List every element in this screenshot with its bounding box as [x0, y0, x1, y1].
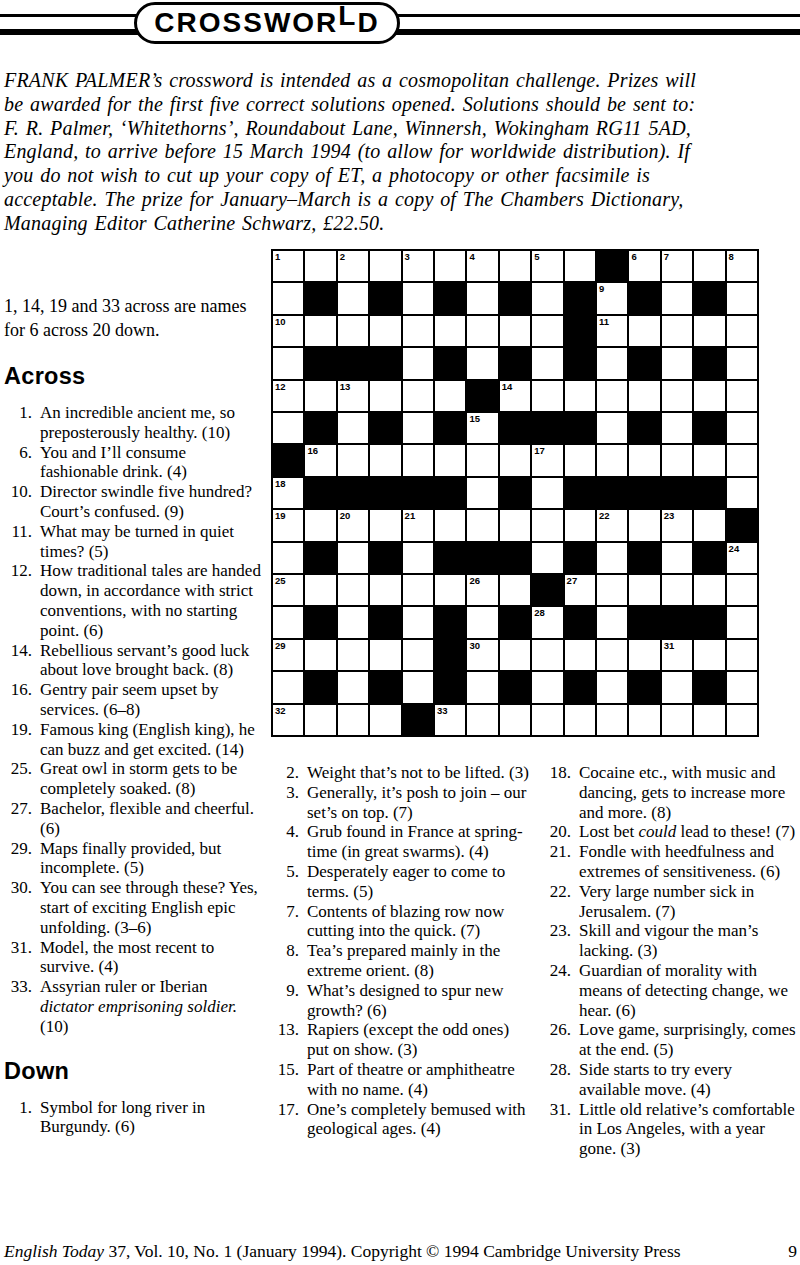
- cell-r9c11: 22: [597, 510, 627, 540]
- cell-r6c3: [338, 413, 368, 443]
- cell-r15c10: [565, 705, 595, 735]
- footer-imprint: English Today 37, Vol. 10, No. 1 (Januar…: [4, 1241, 764, 1262]
- cell-r4c1: [273, 348, 303, 378]
- block-cell-r14c8: [500, 672, 530, 702]
- clue-down-26: 26.Love game, surprisingly, comes at the…: [541, 1020, 799, 1060]
- block-cell-r8c14: [694, 478, 724, 508]
- cell-r9c9: [532, 510, 562, 540]
- clue-text: Part of theatre or amphitheatre with no …: [307, 1060, 529, 1100]
- cell-r4c13: [662, 348, 692, 378]
- down-clues-col1: 1.Symbol for long river in Burgundy. (6): [4, 1098, 270, 1138]
- block-cell-r6c12: [629, 413, 659, 443]
- cell-r13c7: 30: [467, 640, 497, 670]
- cell-r6c1: [273, 413, 303, 443]
- cell-r9c14: [694, 510, 724, 540]
- clue-num: 7.: [277, 902, 299, 942]
- clue-num: 15.: [277, 1060, 299, 1100]
- cell-r2c7: [467, 283, 497, 313]
- block-cell-r10c8: [500, 543, 530, 573]
- left-column: 1, 14, 19 and 33 across are names for 6 …: [4, 294, 270, 1137]
- clue-num: 12.: [4, 561, 32, 640]
- clue-number-11: 11: [599, 316, 609, 327]
- cell-r10c1: [273, 543, 303, 573]
- cell-r8c1: 18: [273, 478, 303, 508]
- block-cell-r10c14: [694, 543, 724, 573]
- cell-r8c7: [467, 478, 497, 508]
- block-cell-r8c10: [565, 478, 595, 508]
- block-cell-r10c4: [370, 543, 400, 573]
- clue-across-1: 1.An incredible ancient me, so preposter…: [4, 403, 270, 443]
- cell-r15c6: 33: [435, 705, 465, 735]
- cell-r11c1: 25: [273, 575, 303, 605]
- clue-text: One’s completely bemused with geological…: [307, 1100, 529, 1140]
- cell-r1c10: [565, 251, 595, 281]
- clue-num: 18.: [541, 763, 571, 822]
- down-heading: Down: [4, 1058, 270, 1085]
- cell-r11c2: [305, 575, 335, 605]
- clue-across-27: 27.Bachelor, flexible and cheerful. (6): [4, 799, 270, 839]
- cell-r13c2: [305, 640, 335, 670]
- cell-r7c4: [370, 445, 400, 475]
- clue-text: Grub found in France at spring-time (in …: [307, 822, 529, 862]
- cell-r10c11: [597, 543, 627, 573]
- block-cell-r6c14: [694, 413, 724, 443]
- clue-number-30: 30: [469, 640, 480, 651]
- cell-r15c3: [338, 705, 368, 735]
- cell-r4c15: [727, 348, 757, 378]
- clue-text: An incredible ancient me, so preposterou…: [40, 403, 265, 443]
- clue-number-26: 26: [469, 575, 480, 586]
- cell-r7c9: 17: [532, 445, 562, 475]
- cell-r12c3: [338, 607, 368, 637]
- block-cell-r8c5: [403, 478, 433, 508]
- clue-num: 23.: [541, 921, 571, 961]
- clue-num: 26.: [541, 1020, 571, 1060]
- clue-number-31: 31: [664, 640, 675, 651]
- block-cell-r15c5: [403, 705, 433, 735]
- block-cell-r10c10: [565, 543, 595, 573]
- cell-r2c11: 9: [597, 283, 627, 313]
- block-cell-r9c15: [727, 510, 757, 540]
- clue-text: Model, the most recent to survive. (4): [40, 938, 265, 978]
- clue-num: 17.: [277, 1100, 299, 1140]
- clue-across-14: 14.Rebellious servant’s good luck about …: [4, 641, 270, 681]
- cell-r11c13: [662, 575, 692, 605]
- cell-r3c11: 11: [597, 316, 627, 346]
- cell-r14c5: [403, 672, 433, 702]
- cell-r14c15: [727, 672, 757, 702]
- cell-r1c12: 6: [629, 251, 659, 281]
- cell-r14c7: [467, 672, 497, 702]
- block-cell-r10c6: [435, 543, 465, 573]
- clue-number-6: 6: [631, 251, 636, 262]
- block-cell-r4c10: [565, 348, 595, 378]
- cell-r5c14: [694, 381, 724, 411]
- clue-across-10: 10.Director swindle five hundred? Court’…: [4, 482, 270, 522]
- block-cell-r2c12: [629, 283, 659, 313]
- cell-r7c11: [597, 445, 627, 475]
- clue-italic-phrase: could: [639, 822, 677, 841]
- clue-num: 21.: [541, 842, 571, 882]
- clue-number-14: 14: [502, 381, 513, 392]
- cell-r15c9: [532, 705, 562, 735]
- block-cell-r8c3: [338, 478, 368, 508]
- clue-number-13: 13: [340, 381, 351, 392]
- block-cell-r8c8: [500, 478, 530, 508]
- clue-text: Very large number sick in Jerusalem. (7): [579, 882, 796, 922]
- cell-r11c5: [403, 575, 433, 605]
- clue-num: 20.: [541, 822, 571, 842]
- cell-r15c8: [500, 705, 530, 735]
- block-cell-r10c7: [467, 543, 497, 573]
- cell-r12c7: [467, 607, 497, 637]
- cell-r8c9: [532, 478, 562, 508]
- block-cell-r10c2: [305, 543, 335, 573]
- clue-across-31: 31.Model, the most recent to survive. (4…: [4, 938, 270, 978]
- cell-r1c7: 4: [467, 251, 497, 281]
- clue-number-18: 18: [275, 478, 286, 489]
- cell-r15c15: [727, 705, 757, 735]
- cell-r5c13: [662, 381, 692, 411]
- block-cell-r8c6: [435, 478, 465, 508]
- cell-r14c9: [532, 672, 562, 702]
- clue-number-33: 33: [437, 705, 448, 716]
- cell-r11c12: [629, 575, 659, 605]
- clue-number-27: 27: [567, 575, 578, 586]
- block-cell-r4c3: [338, 348, 368, 378]
- block-cell-r12c14: [694, 607, 724, 637]
- clue-text: What’s designed to spur new growth? (6): [307, 981, 529, 1021]
- clue-num: 5.: [277, 862, 299, 902]
- cell-r7c5: [403, 445, 433, 475]
- cell-r11c6: [435, 575, 465, 605]
- cell-r2c15: [727, 283, 757, 313]
- clue-number-19: 19: [275, 510, 286, 521]
- clue-down-4: 4.Grub found in France at spring-time (i…: [277, 822, 535, 862]
- cell-r15c11: [597, 705, 627, 735]
- block-cell-r12c8: [500, 607, 530, 637]
- clue-number-23: 23: [664, 510, 675, 521]
- block-cell-r6c10: [565, 413, 595, 443]
- clue-number-3: 3: [405, 251, 410, 262]
- block-cell-r14c10: [565, 672, 595, 702]
- cell-r7c7: [467, 445, 497, 475]
- block-cell-r4c4: [370, 348, 400, 378]
- cell-r9c13: 23: [662, 510, 692, 540]
- clue-num: 2.: [277, 763, 299, 783]
- clue-num: 24.: [541, 961, 571, 1020]
- cell-r15c12: [629, 705, 659, 735]
- clue-down-3: 3.Generally, it’s posh to join – our set…: [277, 783, 535, 823]
- cell-r6c13: [662, 413, 692, 443]
- cell-r9c7: [467, 510, 497, 540]
- cell-r11c8: [500, 575, 530, 605]
- cell-r3c8: [500, 316, 530, 346]
- page-number: 9: [788, 1241, 797, 1262]
- cell-r7c15: [727, 445, 757, 475]
- cell-r14c1: [273, 672, 303, 702]
- cell-r4c9: [532, 348, 562, 378]
- cell-r1c2: [305, 251, 335, 281]
- clue-text: Great owl in storm gets to be completely…: [40, 759, 265, 799]
- cell-r5c10: [565, 381, 595, 411]
- clue-num: 29.: [4, 839, 32, 879]
- cell-r3c12: [629, 316, 659, 346]
- clue-number-5: 5: [534, 251, 539, 262]
- cell-r11c10: 27: [565, 575, 595, 605]
- clue-text: Assyrian ruler or Iberian dictator empri…: [40, 977, 265, 1036]
- cell-r4c11: [597, 348, 627, 378]
- block-cell-r12c13: [662, 607, 692, 637]
- clue-text: Love game, surprisingly, comes at the en…: [579, 1020, 796, 1060]
- cell-r1c8: [500, 251, 530, 281]
- block-cell-r2c8: [500, 283, 530, 313]
- intro-line-1: FRANK PALMER’s crossword is intended as …: [4, 69, 798, 93]
- cell-r3c5: [403, 316, 433, 346]
- cell-r14c3: [338, 672, 368, 702]
- block-cell-r8c12: [629, 478, 659, 508]
- clue-down-18: 18.Cocaine etc., with music and dancing,…: [541, 763, 799, 822]
- block-cell-r12c6: [435, 607, 465, 637]
- cell-r10c5: [403, 543, 433, 573]
- cell-r5c11: [597, 381, 627, 411]
- cell-r3c3: [338, 316, 368, 346]
- cell-r1c13: 7: [662, 251, 692, 281]
- cell-r9c8: [500, 510, 530, 540]
- clue-num: 4.: [277, 822, 299, 862]
- clue-number-1: 1: [275, 251, 280, 262]
- cell-r3c1: 10: [273, 316, 303, 346]
- clue-across-19: 19.Famous king (English king), he can bu…: [4, 720, 270, 760]
- clue-text: What may be turned in quiet times? (5): [40, 522, 265, 562]
- cell-r15c1: 32: [273, 705, 303, 735]
- block-cell-r3c10: [565, 316, 595, 346]
- block-cell-r12c2: [305, 607, 335, 637]
- cell-r9c1: 19: [273, 510, 303, 540]
- clue-num: 14.: [4, 641, 32, 681]
- block-cell-r14c2: [305, 672, 335, 702]
- clue-across-12: 12.How traditional tales are handed down…: [4, 561, 270, 640]
- clue-number-7: 7: [664, 251, 669, 262]
- cell-r7c8: [500, 445, 530, 475]
- clue-num: 22.: [541, 882, 571, 922]
- block-cell-r12c12: [629, 607, 659, 637]
- block-cell-r6c4: [370, 413, 400, 443]
- block-cell-r4c2: [305, 348, 335, 378]
- block-cell-r13c6: [435, 640, 465, 670]
- clue-down-31: 31.Little old relative’s comfortable in …: [541, 1100, 799, 1159]
- clue-down-8: 8.Tea’s prepared mainly in the extreme o…: [277, 941, 535, 981]
- intro-paragraph: FRANK PALMER’s crossword is intended as …: [4, 69, 798, 236]
- cell-r5c3: 13: [338, 381, 368, 411]
- cell-r11c4: [370, 575, 400, 605]
- block-cell-r8c11: [597, 478, 627, 508]
- cell-r9c4: [370, 510, 400, 540]
- clue-down-2: 2.Weight that’s not to be lifted. (3): [277, 763, 535, 783]
- cell-r3c15: [727, 316, 757, 346]
- cell-r7c13: [662, 445, 692, 475]
- clue-down-17: 17.One’s completely bemused with geologi…: [277, 1100, 535, 1140]
- cell-r5c9: [532, 381, 562, 411]
- clue-down-24: 24.Guardian of morality with means of de…: [541, 961, 799, 1020]
- clue-num: 28.: [541, 1060, 571, 1100]
- cell-r10c15: 24: [727, 543, 757, 573]
- cell-r3c13: [662, 316, 692, 346]
- intro-line-4: England, to arrive before 15 March 1994 …: [4, 140, 798, 164]
- clue-text: Generally, it’s posh to join – our set’s…: [307, 783, 529, 823]
- cell-r5c12: [629, 381, 659, 411]
- cell-r9c2: [305, 510, 335, 540]
- cell-r10c3: [338, 543, 368, 573]
- across-clues: 1.An incredible ancient me, so preposter…: [4, 403, 270, 1037]
- clue-number-2: 2: [340, 251, 345, 262]
- clue-num: 13.: [277, 1020, 299, 1060]
- clue-num: 31.: [4, 938, 32, 978]
- clue-number-21: 21: [405, 510, 416, 521]
- block-cell-r12c4: [370, 607, 400, 637]
- clue-across-30: 30.You can see through these? Yes, start…: [4, 878, 270, 937]
- clue-down-28: 28.Side starts to try every available mo…: [541, 1060, 799, 1100]
- clue-down-15: 15.Part of theatre or amphitheatre with …: [277, 1060, 535, 1100]
- clue-number-15: 15: [469, 413, 480, 424]
- cell-r2c3: [338, 283, 368, 313]
- clue-across-25: 25.Great owl in storm gets to be complet…: [4, 759, 270, 799]
- block-cell-r8c13: [662, 478, 692, 508]
- header-rule-top: [0, 14, 800, 17]
- block-cell-r6c9: [532, 413, 562, 443]
- cell-r11c7: 26: [467, 575, 497, 605]
- cell-r13c1: 29: [273, 640, 303, 670]
- clue-number-22: 22: [599, 510, 610, 521]
- block-cell-r14c6: [435, 672, 465, 702]
- cell-r5c6: [435, 381, 465, 411]
- clue-number-29: 29: [275, 640, 286, 651]
- down-clues-col3: 18.Cocaine etc., with music and dancing,…: [541, 763, 799, 1159]
- cell-r5c2: [305, 381, 335, 411]
- clue-text: Cocaine etc., with music and dancing, ge…: [579, 763, 796, 822]
- clue-down-1: 1.Symbol for long river in Burgundy. (6): [4, 1098, 270, 1138]
- clue-text: Gentry pair seem upset by services. (6–8…: [40, 680, 265, 720]
- block-cell-r4c14: [694, 348, 724, 378]
- cell-r3c2: [305, 316, 335, 346]
- clue-across-33: 33.Assyrian ruler or Iberian dictator em…: [4, 977, 270, 1036]
- intro-line-5: you do not wish to cut up your copy of E…: [4, 164, 798, 188]
- block-cell-r4c8: [500, 348, 530, 378]
- clue-num: 9.: [277, 981, 299, 1021]
- clue-text: Lost bet could lead to these! (7): [579, 822, 796, 842]
- block-cell-r8c4: [370, 478, 400, 508]
- cell-r5c4: [370, 381, 400, 411]
- clue-across-29: 29.Maps finally provided, but incomplete…: [4, 839, 270, 879]
- crossworld-logo: CROSSWORLD: [134, 2, 400, 44]
- cell-r10c9: [532, 543, 562, 573]
- clue-text: Contents of blazing row now cutting into…: [307, 902, 529, 942]
- cell-r12c11: [597, 607, 627, 637]
- cell-r7c6: [435, 445, 465, 475]
- block-cell-r2c10: [565, 283, 595, 313]
- clue-number-25: 25: [275, 575, 286, 586]
- cell-r3c9: [532, 316, 562, 346]
- clue-number-28: 28: [534, 607, 545, 618]
- cell-r13c14: [694, 640, 724, 670]
- clue-number-32: 32: [275, 705, 286, 716]
- clue-number-17: 17: [534, 445, 545, 456]
- block-cell-r5c7: [467, 381, 497, 411]
- clue-text: You can see through these? Yes, start of…: [40, 878, 265, 937]
- block-cell-r2c14: [694, 283, 724, 313]
- clue-text: Symbol for long river in Burgundy. (6): [40, 1098, 265, 1138]
- cell-r15c4: [370, 705, 400, 735]
- cell-r12c1: [273, 607, 303, 637]
- cell-r15c7: [467, 705, 497, 735]
- cell-r5c1: 12: [273, 381, 303, 411]
- cell-r2c13: [662, 283, 692, 313]
- clue-across-16: 16.Gentry pair seem upset by services. (…: [4, 680, 270, 720]
- clue-down-5: 5.Desperately eager to come to terms. (5…: [277, 862, 535, 902]
- intro-line-3: F. R. Palmer, ‘Whitethorns’, Roundabout …: [4, 117, 798, 141]
- cell-r9c6: [435, 510, 465, 540]
- cell-r12c5: [403, 607, 433, 637]
- cell-r9c10: [565, 510, 595, 540]
- clue-num: 31.: [541, 1100, 571, 1159]
- clue-num: 16.: [4, 680, 32, 720]
- clue-down-20: 20.Lost bet could lead to these! (7): [541, 822, 799, 842]
- clue-text: Weight that’s not to be lifted. (3): [307, 763, 529, 783]
- cell-r6c15: [727, 413, 757, 443]
- cell-r6c11: [597, 413, 627, 443]
- block-cell-r14c12: [629, 672, 659, 702]
- clue-text: Rebellious servant’s good luck about lov…: [40, 641, 265, 681]
- cell-r13c9: [532, 640, 562, 670]
- clue-num: 25.: [4, 759, 32, 799]
- cell-r7c3: [338, 445, 368, 475]
- cell-r6c5: [403, 413, 433, 443]
- clue-num: 30.: [4, 878, 32, 937]
- clue-down-13: 13.Rapiers (except the odd ones) put on …: [277, 1020, 535, 1060]
- cell-r13c12: [629, 640, 659, 670]
- block-cell-r2c6: [435, 283, 465, 313]
- block-cell-r1c11: [597, 251, 627, 281]
- cell-r4c5: [403, 348, 433, 378]
- block-cell-r14c4: [370, 672, 400, 702]
- block-cell-r6c8: [500, 413, 530, 443]
- clue-num: 8.: [277, 941, 299, 981]
- cell-r1c15: 8: [727, 251, 757, 281]
- clue-italic-phrase: dictator emprisoning soldier.: [40, 997, 237, 1016]
- cell-r11c15: [727, 575, 757, 605]
- clue-text: Fondle with heedfulness and extremes of …: [579, 842, 796, 882]
- cell-r5c8: 14: [500, 381, 530, 411]
- clue-num: 3.: [277, 783, 299, 823]
- block-cell-r14c14: [694, 672, 724, 702]
- block-cell-r4c6: [435, 348, 465, 378]
- clue-text: You and I’ll consume fashionable drink. …: [40, 443, 265, 483]
- block-cell-r2c4: [370, 283, 400, 313]
- clue-number-20: 20: [340, 510, 351, 521]
- cell-r5c5: [403, 381, 433, 411]
- header-rule-bottom: [0, 29, 800, 35]
- cell-r12c15: [727, 607, 757, 637]
- clue-text: Little old relative’s comfortable in Los…: [579, 1100, 796, 1159]
- clue-num: 11.: [4, 522, 32, 562]
- clue-num: 1.: [4, 403, 32, 443]
- block-cell-r6c2: [305, 413, 335, 443]
- cell-r4c7: [467, 348, 497, 378]
- preamble-note: 1, 14, 19 and 33 across are names for 6 …: [4, 294, 252, 342]
- clue-num: 6.: [4, 443, 32, 483]
- block-cell-r8c2: [305, 478, 335, 508]
- cell-r3c7: [467, 316, 497, 346]
